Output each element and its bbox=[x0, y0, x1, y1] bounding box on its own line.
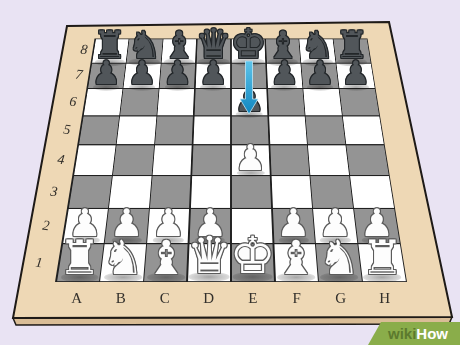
square-f2 bbox=[273, 209, 315, 243]
square-e6 bbox=[232, 89, 268, 115]
square-g6 bbox=[304, 89, 342, 115]
square-c7 bbox=[160, 63, 196, 88]
square-e2 bbox=[232, 209, 273, 243]
square-b3 bbox=[109, 176, 151, 208]
wikihow-logo: wikiHow bbox=[368, 322, 460, 345]
square-f4 bbox=[270, 145, 309, 175]
square-c8 bbox=[162, 39, 197, 63]
square-h3 bbox=[350, 176, 393, 208]
wikihow-logo-wiki: wiki bbox=[388, 325, 416, 342]
square-c6 bbox=[157, 89, 194, 115]
square-e7 bbox=[232, 63, 267, 88]
square-d4 bbox=[192, 145, 230, 175]
square-a3 bbox=[68, 176, 111, 208]
square-a6 bbox=[83, 89, 122, 115]
square-g4 bbox=[308, 145, 349, 175]
square-a8 bbox=[92, 39, 129, 63]
square-e3 bbox=[232, 176, 271, 208]
square-f3 bbox=[271, 176, 312, 208]
square-h6 bbox=[340, 89, 379, 115]
square-c1 bbox=[144, 244, 188, 281]
square-d5 bbox=[193, 116, 230, 144]
square-a5 bbox=[79, 116, 119, 144]
square-a2 bbox=[63, 209, 108, 243]
square-b8 bbox=[127, 39, 163, 63]
square-d3 bbox=[191, 176, 230, 208]
square-c5 bbox=[155, 116, 193, 144]
square-f6 bbox=[268, 89, 305, 115]
square-f5 bbox=[269, 116, 307, 144]
square-g1 bbox=[316, 244, 361, 281]
chess-illustration: 87654321ABCDEFGH ♜♞♝♛♚♝♞♜♟♟♟♟♟♟♟♟♟♟♟♟♟♟♟… bbox=[0, 0, 460, 345]
square-e5 bbox=[232, 116, 269, 144]
chess-board bbox=[55, 38, 407, 282]
square-g3 bbox=[311, 176, 353, 208]
square-h8 bbox=[334, 39, 371, 63]
square-e8 bbox=[232, 39, 266, 63]
square-e1 bbox=[232, 244, 274, 281]
square-c3 bbox=[150, 176, 191, 208]
square-f7 bbox=[267, 63, 303, 88]
square-a7 bbox=[88, 63, 126, 88]
wikihow-logo-how: How bbox=[416, 325, 448, 342]
square-h4 bbox=[347, 145, 389, 175]
square-d1 bbox=[188, 244, 230, 281]
square-f1 bbox=[274, 244, 318, 281]
square-h2 bbox=[354, 209, 399, 243]
square-b2 bbox=[105, 209, 149, 243]
square-h7 bbox=[337, 63, 375, 88]
square-g5 bbox=[306, 116, 345, 144]
square-g2 bbox=[313, 209, 357, 243]
square-h5 bbox=[343, 116, 383, 144]
square-g8 bbox=[300, 39, 336, 63]
square-b6 bbox=[120, 89, 158, 115]
square-e4 bbox=[232, 145, 270, 175]
square-f8 bbox=[266, 39, 301, 63]
square-g7 bbox=[302, 63, 339, 88]
square-b1 bbox=[100, 244, 145, 281]
square-c2 bbox=[147, 209, 189, 243]
square-d7 bbox=[196, 63, 231, 88]
square-b5 bbox=[117, 116, 156, 144]
square-b4 bbox=[113, 145, 154, 175]
square-a4 bbox=[74, 145, 116, 175]
square-a1 bbox=[57, 244, 104, 281]
square-d2 bbox=[189, 209, 230, 243]
square-d8 bbox=[197, 39, 231, 63]
square-b7 bbox=[124, 63, 161, 88]
square-d6 bbox=[195, 89, 231, 115]
square-h1 bbox=[359, 244, 406, 281]
square-c4 bbox=[153, 145, 192, 175]
